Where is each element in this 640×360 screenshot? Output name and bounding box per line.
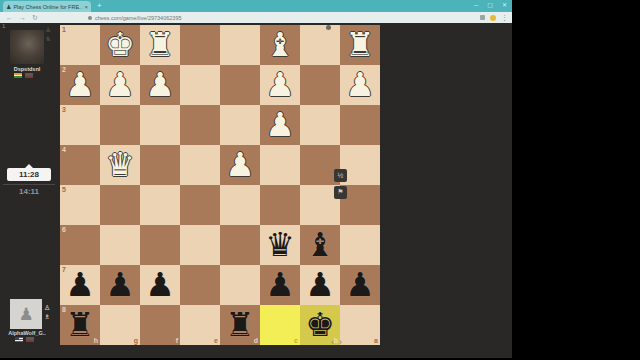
rank-label-4: 4 <box>62 146 66 153</box>
square-h5[interactable]: 5 <box>60 185 100 225</box>
square-e2[interactable] <box>180 65 220 105</box>
square-h1[interactable]: 1 <box>60 25 100 65</box>
new-tab-button[interactable]: + <box>97 2 102 10</box>
white-clock: 11:28 <box>7 168 51 181</box>
square-c5[interactable] <box>260 185 300 225</box>
square-h6[interactable]: 6 <box>60 225 100 265</box>
extension-icon[interactable] <box>480 15 485 20</box>
chess-board[interactable]: 12345678hgfedcba♚♜♝♜♟♟♟♟♟♟♛♟♛♝♟♟♟♟♟♟♜♜♚ <box>60 25 380 345</box>
piece-wP-f2[interactable]: ♟ <box>140 65 180 105</box>
india-flag-icon <box>14 73 22 78</box>
piece-wP-c2[interactable]: ♟ <box>260 65 300 105</box>
corner-badge: 1 <box>2 23 5 29</box>
captured-pawn-icon: ♟ <box>45 26 51 35</box>
square-e3[interactable] <box>180 105 220 145</box>
bottom-player-flags <box>15 337 34 342</box>
url-bar[interactable]: chess.com/game/live/29734062395 <box>88 14 388 22</box>
forward-icon[interactable]: → <box>19 14 26 21</box>
square-b2[interactable] <box>300 65 340 105</box>
bottom-player-name[interactable]: AlphaWolf_G.. <box>0 330 54 336</box>
bottom-captured-pieces: ♙ ♗ <box>44 304 50 322</box>
square-g6[interactable] <box>100 225 140 265</box>
piece-bP-c7[interactable]: ♟ <box>260 265 300 305</box>
top-player-name[interactable]: Dspstdsnl <box>4 66 50 72</box>
piece-wP-c3[interactable]: ♟ <box>260 105 300 145</box>
square-g5[interactable] <box>100 185 140 225</box>
reload-icon[interactable]: ↻ <box>32 14 38 21</box>
chess-page: 1 Dspstdsnl ♟ ♞ 11:28 14:11 ♟ ♙ ♗ AlphaW… <box>0 23 512 358</box>
window-controls: ─ ▢ ✕ <box>474 2 507 8</box>
file-label-c: c <box>294 337 298 344</box>
move-navigation: ‹ › <box>331 338 342 347</box>
piece-bP-a7[interactable]: ♟ <box>340 265 380 305</box>
piece-wP-h2[interactable]: ♟ <box>60 65 100 105</box>
black-clock: 14:11 <box>7 187 51 196</box>
file-label-g: g <box>134 337 138 344</box>
close-icon[interactable]: ✕ <box>502 2 507 8</box>
file-label-a: a <box>374 337 378 344</box>
piece-wQ-g4[interactable]: ♛ <box>100 145 140 185</box>
square-a8[interactable]: a <box>340 305 380 345</box>
default-pawn-avatar-icon: ♟ <box>18 306 33 323</box>
top-captured-pieces: ♟ ♞ <box>45 26 51 44</box>
square-d6[interactable] <box>220 225 260 265</box>
file-label-f: f <box>176 337 178 344</box>
secondary-flag-icon <box>26 337 34 342</box>
piece-wR-a1[interactable]: ♜ <box>340 25 380 65</box>
tab-title: Play Chess Online for FRE... <box>13 4 82 10</box>
square-e1[interactable] <box>180 25 220 65</box>
secondary-flag-icon <box>25 73 33 78</box>
piece-bR-d8[interactable]: ♜ <box>220 305 260 345</box>
square-e4[interactable] <box>180 145 220 185</box>
draw-offer-button[interactable]: ½ <box>334 169 347 182</box>
piece-wR-f1[interactable]: ♜ <box>140 25 180 65</box>
file-label-e: e <box>214 337 218 344</box>
rank-label-3: 3 <box>62 106 66 113</box>
top-player-avatar[interactable] <box>10 30 44 64</box>
square-e8[interactable]: e <box>180 305 220 345</box>
back-icon[interactable]: ← <box>6 14 13 21</box>
square-a6[interactable] <box>340 225 380 265</box>
profile-avatar-icon[interactable] <box>490 15 496 21</box>
settings-icon[interactable] <box>326 25 331 30</box>
square-a3[interactable] <box>340 105 380 145</box>
square-g8[interactable]: g <box>100 305 140 345</box>
prev-move-icon[interactable]: ‹ <box>331 338 334 347</box>
resign-flag-button[interactable]: ⚑ <box>334 186 347 199</box>
browser-titlebar: ♟ Play Chess Online for FRE... × + ─ ▢ ✕ <box>0 0 512 12</box>
maximize-icon[interactable]: ▢ <box>487 2 493 8</box>
padlock-icon <box>88 16 92 20</box>
piece-wP-d4[interactable]: ♟ <box>220 145 260 185</box>
browser-menu-icon[interactable]: ⋮ <box>501 14 508 21</box>
browser-toolbar: ← → ↻ chess.com/game/live/29734062395 ⋮ <box>0 12 512 23</box>
captured-knight-icon: ♞ <box>45 35 51 44</box>
square-d2[interactable] <box>220 65 260 105</box>
square-d3[interactable] <box>220 105 260 145</box>
rank-label-1: 1 <box>62 26 66 33</box>
tab-close-icon[interactable]: × <box>84 4 88 10</box>
piece-bQ-c6[interactable]: ♛ <box>260 225 300 265</box>
piece-wP-a2[interactable]: ♟ <box>340 65 380 105</box>
square-h4[interactable]: 4 <box>60 145 100 185</box>
square-b1[interactable] <box>300 25 340 65</box>
square-c4[interactable] <box>260 145 300 185</box>
square-e7[interactable] <box>180 265 220 305</box>
piece-bP-f7[interactable]: ♟ <box>140 265 180 305</box>
square-h3[interactable]: 3 <box>60 105 100 145</box>
square-f8[interactable]: f <box>140 305 180 345</box>
square-d1[interactable] <box>220 25 260 65</box>
browser-tab[interactable]: ♟ Play Chess Online for FRE... × <box>3 1 91 12</box>
piece-wK-g1[interactable]: ♚ <box>100 25 140 65</box>
square-c8[interactable]: c <box>260 305 300 345</box>
square-b3[interactable] <box>300 105 340 145</box>
square-d7[interactable] <box>220 265 260 305</box>
next-move-icon[interactable]: › <box>339 338 342 347</box>
captured-pawn-icon: ♙ <box>44 304 50 313</box>
rank-label-5: 5 <box>62 186 66 193</box>
square-f3[interactable] <box>140 105 180 145</box>
piece-wP-g2[interactable]: ♟ <box>100 65 140 105</box>
square-e5[interactable] <box>180 185 220 225</box>
piece-bP-b7[interactable]: ♟ <box>300 265 340 305</box>
piece-wB-c1[interactable]: ♝ <box>260 25 300 65</box>
clock-divider <box>3 184 55 185</box>
square-d5[interactable] <box>220 185 260 225</box>
toolbar-right-icons: ⋮ <box>480 14 508 22</box>
top-player-flags <box>14 73 33 78</box>
piece-bB-b6[interactable]: ♝ <box>300 225 340 265</box>
square-f5[interactable] <box>140 185 180 225</box>
square-f6[interactable] <box>140 225 180 265</box>
minimize-icon[interactable]: ─ <box>474 2 478 8</box>
browser-window: ♟ Play Chess Online for FRE... × + ─ ▢ ✕… <box>0 0 512 358</box>
usa-flag-icon <box>15 337 23 342</box>
tab-favicon-icon: ♟ <box>6 4 11 10</box>
piece-bP-g7[interactable]: ♟ <box>100 265 140 305</box>
bottom-player-avatar[interactable]: ♟ <box>10 299 42 329</box>
square-e6[interactable] <box>180 225 220 265</box>
captured-bishop-icon: ♗ <box>44 313 50 322</box>
rank-label-6: 6 <box>62 226 66 233</box>
square-f4[interactable] <box>140 145 180 185</box>
piece-bR-h8[interactable]: ♜ <box>60 305 100 345</box>
piece-bP-h7[interactable]: ♟ <box>60 265 100 305</box>
url-text: chess.com/game/live/29734062395 <box>95 15 182 21</box>
square-g3[interactable] <box>100 105 140 145</box>
